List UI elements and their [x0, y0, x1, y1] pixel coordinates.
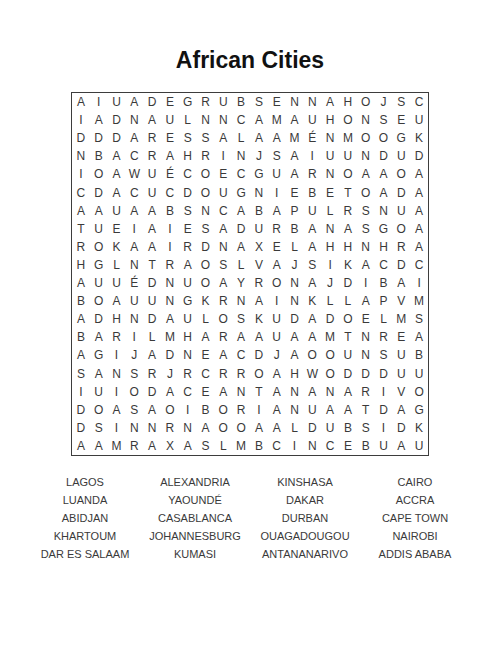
grid-cell-r20c4: R [125, 437, 143, 455]
grid-cell-r17c14: A [303, 383, 321, 401]
grid-cell-r9c6: I [161, 238, 179, 256]
grid-cell-r4c20: D [410, 147, 428, 165]
grid-cell-r11c9: A [214, 274, 232, 292]
grid-cell-r4c6: A [161, 147, 179, 165]
grid-cell-r13c19: M [392, 310, 410, 328]
grid-cell-r3c13: M [286, 129, 304, 147]
grid-cell-r1c20: C [410, 93, 428, 111]
grid-cell-r20c2: A [90, 437, 108, 455]
word-item: KINSHASA [250, 473, 360, 491]
grid-cell-r17c16: A [339, 383, 357, 401]
grid-cell-r2c14: U [303, 111, 321, 129]
grid-cell-r7c11: B [250, 202, 268, 220]
grid-cell-r1c8: R [197, 93, 215, 111]
grid-cell-r11c1: A [72, 274, 90, 292]
grid-cell-r6c16: T [339, 184, 357, 202]
grid-cell-r13c11: K [250, 310, 268, 328]
grid-cell-r3c19: G [392, 129, 410, 147]
grid-cell-r7c13: P [286, 202, 304, 220]
grid-cell-r14c14: A [303, 328, 321, 346]
word-item: OUAGADOUGOU [250, 527, 360, 545]
grid-cell-r5c1: I [72, 165, 90, 183]
grid-cell-r15c6: D [161, 346, 179, 364]
grid-cell-r9c17: N [357, 238, 375, 256]
grid-cell-r15c18: S [375, 346, 393, 364]
grid-cell-r6c3: A [108, 184, 126, 202]
grid-cell-r13c14: A [303, 310, 321, 328]
grid-cell-r5c2: O [90, 165, 108, 183]
grid-cell-r7c2: A [90, 202, 108, 220]
grid-cell-r16c14: W [303, 365, 321, 383]
grid-cell-r2c12: M [268, 111, 286, 129]
grid-cell-r6c15: E [321, 184, 339, 202]
word-item: DAR ES SALAAM [30, 545, 140, 563]
grid-cell-r10c2: G [90, 256, 108, 274]
grid-cell-r13c6: A [161, 310, 179, 328]
grid-cell-r9c12: E [268, 238, 286, 256]
grid-cell-r7c9: C [214, 202, 232, 220]
grid-cell-r4c7: H [179, 147, 197, 165]
grid-cell-r13c2: D [90, 310, 108, 328]
grid-cell-r13c18: L [375, 310, 393, 328]
grid-cell-r17c10: N [232, 383, 250, 401]
grid-cell-r9c7: R [179, 238, 197, 256]
grid-cell-r2c16: O [339, 111, 357, 129]
grid-cell-r20c11: B [250, 437, 268, 455]
grid-cell-r5c20: A [410, 165, 428, 183]
grid-cell-r10c14: S [303, 256, 321, 274]
grid-cell-r17c6: A [161, 383, 179, 401]
grid-cell-r14c9: R [214, 328, 232, 346]
grid-cell-r4c15: U [321, 147, 339, 165]
grid-cell-r3c11: A [250, 129, 268, 147]
worksheet-page: African Cities AIUADEGRUBSENNAHOJSCIADNA… [0, 0, 500, 647]
grid-cell-r17c20: O [410, 383, 428, 401]
grid-cell-r8c20: A [410, 220, 428, 238]
word-item: DURBAN [250, 509, 360, 527]
grid-cell-r4c10: N [232, 147, 250, 165]
grid-cell-r20c19: A [392, 437, 410, 455]
grid-cell-r15c10: C [232, 346, 250, 364]
grid-cell-r5c19: O [392, 165, 410, 183]
grid-cell-r15c17: N [357, 346, 375, 364]
grid-cell-r1c5: D [143, 93, 161, 111]
grid-cell-r14c6: M [161, 328, 179, 346]
grid-cell-r8c14: A [303, 220, 321, 238]
grid-cell-r16c6: J [161, 365, 179, 383]
grid-cell-r16c15: O [321, 365, 339, 383]
grid-cell-r11c19: A [392, 274, 410, 292]
grid-cell-r19c5: N [143, 419, 161, 437]
grid-cell-r16c8: C [197, 365, 215, 383]
grid-cell-r9c20: A [410, 238, 428, 256]
grid-cell-r10c19: D [392, 256, 410, 274]
grid-cell-r13c17: E [357, 310, 375, 328]
grid-cell-r7c7: S [179, 202, 197, 220]
grid-cell-r4c5: R [143, 147, 161, 165]
grid-cell-r19c10: O [232, 419, 250, 437]
grid-cell-r11c7: U [179, 274, 197, 292]
grid-cell-r7c20: A [410, 202, 428, 220]
grid-cell-r9c9: N [214, 238, 232, 256]
grid-cell-r2c17: N [357, 111, 375, 129]
grid-cell-r17c8: E [197, 383, 215, 401]
grid-cell-r12c18: P [375, 292, 393, 310]
grid-cell-r12c17: A [357, 292, 375, 310]
grid-cell-r1c13: N [286, 93, 304, 111]
grid-cell-r5c9: E [214, 165, 232, 183]
word-search-grid: AIUADEGRUBSENNAHOJSCIADNAULNNCAMAUHONSEU… [71, 92, 429, 456]
grid-cell-r7c5: A [143, 202, 161, 220]
grid-cell-r15c3: I [108, 346, 126, 364]
grid-cell-r17c17: R [357, 383, 375, 401]
grid-cell-r10c7: A [179, 256, 197, 274]
grid-cell-r2c9: N [214, 111, 232, 129]
grid-cell-r16c16: D [339, 365, 357, 383]
grid-cell-r5c4: W [125, 165, 143, 183]
grid-cell-r19c20: K [410, 419, 428, 437]
grid-cell-r16c20: U [410, 365, 428, 383]
grid-cell-r17c11: T [250, 383, 268, 401]
grid-cell-r12c10: N [232, 292, 250, 310]
grid-cell-r17c13: N [286, 383, 304, 401]
grid-cell-r2c8: N [197, 111, 215, 129]
grid-cell-r5c13: A [286, 165, 304, 183]
word-item: CAPE TOWN [360, 509, 470, 527]
grid-cell-r8c13: B [286, 220, 304, 238]
grid-cell-r14c12: U [268, 328, 286, 346]
grid-cell-r15c14: O [303, 346, 321, 364]
grid-cell-r15c20: B [410, 346, 428, 364]
grid-cell-r4c18: D [375, 147, 393, 165]
grid-cell-r6c10: G [232, 184, 250, 202]
grid-cell-r5c18: A [375, 165, 393, 183]
grid-cell-r1c1: A [72, 93, 90, 111]
grid-cell-r13c1: A [72, 310, 90, 328]
grid-cell-r14c2: A [90, 328, 108, 346]
grid-cell-r17c15: N [321, 383, 339, 401]
grid-cell-r20c10: M [232, 437, 250, 455]
grid-cell-r12c5: U [143, 292, 161, 310]
grid-cell-r3c6: E [161, 129, 179, 147]
grid-cell-r12c6: N [161, 292, 179, 310]
grid-cell-r14c7: H [179, 328, 197, 346]
grid-cell-r15c16: U [339, 346, 357, 364]
grid-cell-r14c10: A [232, 328, 250, 346]
grid-cell-r14c8: A [197, 328, 215, 346]
grid-cell-r1c4: A [125, 93, 143, 111]
grid-cell-r7c4: A [125, 202, 143, 220]
grid-cell-r16c3: N [108, 365, 126, 383]
grid-cell-r2c6: U [161, 111, 179, 129]
grid-cell-r10c3: L [108, 256, 126, 274]
grid-cell-r13c13: D [286, 310, 304, 328]
grid-cell-r20c9: L [214, 437, 232, 455]
grid-cell-r13c16: O [339, 310, 357, 328]
grid-cell-r5c10: C [232, 165, 250, 183]
grid-cell-r3c9: A [214, 129, 232, 147]
grid-cell-r11c2: U [90, 274, 108, 292]
grid-cell-r2c19: E [392, 111, 410, 129]
grid-cell-r14c18: R [375, 328, 393, 346]
grid-cell-r19c7: N [179, 419, 197, 437]
grid-cell-r9c13: L [286, 238, 304, 256]
grid-cell-r15c9: A [214, 346, 232, 364]
word-item: NAIROBI [360, 527, 470, 545]
word-item: ADDIS ABABA [360, 545, 470, 563]
grid-cell-r10c17: A [357, 256, 375, 274]
grid-cell-r13c12: U [268, 310, 286, 328]
grid-cell-r8c4: I [125, 220, 143, 238]
grid-cell-r14c5: L [143, 328, 161, 346]
grid-cell-r1c18: J [375, 93, 393, 111]
grid-cell-r8c10: D [232, 220, 250, 238]
grid-cell-r17c5: D [143, 383, 161, 401]
grid-cell-r14c13: A [286, 328, 304, 346]
grid-cell-r7c16: R [339, 202, 357, 220]
grid-cell-r18c13: N [286, 401, 304, 419]
grid-cell-r20c17: B [357, 437, 375, 455]
grid-cell-r17c7: C [179, 383, 197, 401]
grid-cell-r8c2: U [90, 220, 108, 238]
grid-cell-r9c11: X [250, 238, 268, 256]
grid-cell-r15c7: N [179, 346, 197, 364]
grid-cell-r8c8: S [197, 220, 215, 238]
grid-cell-r10c4: N [125, 256, 143, 274]
grid-cell-r9c15: H [321, 238, 339, 256]
grid-cell-r2c5: A [143, 111, 161, 129]
grid-cell-r10c20: C [410, 256, 428, 274]
word-list-column-2: ALEXANDRIAYAOUNDÉCASABLANCAJOHANNESBURGK… [140, 473, 250, 563]
grid-cell-r11c3: U [108, 274, 126, 292]
grid-cell-r18c5: A [143, 401, 161, 419]
grid-cell-r2c10: C [232, 111, 250, 129]
grid-cell-r18c12: A [268, 401, 286, 419]
grid-cell-r19c8: A [197, 419, 215, 437]
grid-cell-r4c8: R [197, 147, 215, 165]
grid-cell-r19c2: S [90, 419, 108, 437]
grid-cell-r1c6: E [161, 93, 179, 111]
grid-cell-r19c18: I [375, 419, 393, 437]
grid-cell-r11c13: N [286, 274, 304, 292]
grid-cell-r6c7: D [179, 184, 197, 202]
grid-cell-r20c8: S [197, 437, 215, 455]
grid-cell-r4c1: N [72, 147, 90, 165]
word-list-column-3: KINSHASADAKARDURBANOUAGADOUGOUANTANANARI… [250, 473, 360, 563]
grid-cell-r16c13: H [286, 365, 304, 383]
grid-cell-r17c19: V [392, 383, 410, 401]
grid-cell-r6c13: E [286, 184, 304, 202]
grid-cell-r8c15: N [321, 220, 339, 238]
grid-cell-r3c1: D [72, 129, 90, 147]
grid-cell-r8c16: A [339, 220, 357, 238]
grid-cell-r16c17: D [357, 365, 375, 383]
grid-cell-r11c6: N [161, 274, 179, 292]
grid-cell-r15c15: O [321, 346, 339, 364]
grid-cell-r14c4: I [125, 328, 143, 346]
grid-cell-r19c11: A [250, 419, 268, 437]
word-list: LAGOSLUANDAABIDJANKHARTOUMDAR ES SALAAMA… [30, 473, 470, 563]
grid-cell-r7c10: A [232, 202, 250, 220]
grid-cell-r8c6: I [161, 220, 179, 238]
grid-cell-r2c20: U [410, 111, 428, 129]
grid-cell-r18c8: B [197, 401, 215, 419]
grid-cell-r20c1: A [72, 437, 90, 455]
grid-cell-r7c18: N [375, 202, 393, 220]
grid-cell-r18c19: A [392, 401, 410, 419]
grid-cell-r11c11: R [250, 274, 268, 292]
grid-cell-r9c1: R [72, 238, 90, 256]
grid-cell-r11c17: I [357, 274, 375, 292]
grid-cell-r16c7: R [179, 365, 197, 383]
grid-cell-r5c12: U [268, 165, 286, 183]
grid-cell-r18c20: G [410, 401, 428, 419]
grid-cell-r3c2: D [90, 129, 108, 147]
grid-cell-r19c17: S [357, 419, 375, 437]
grid-cell-r9c10: A [232, 238, 250, 256]
grid-cell-r6c17: O [357, 184, 375, 202]
grid-cell-r3c3: D [108, 129, 126, 147]
grid-cell-r17c4: O [125, 383, 143, 401]
grid-cell-r16c12: A [268, 365, 286, 383]
grid-cell-r19c6: R [161, 419, 179, 437]
grid-cell-r3c7: S [179, 129, 197, 147]
grid-cell-r11c4: É [125, 274, 143, 292]
word-item: ALEXANDRIA [140, 473, 250, 491]
grid-cell-r4c17: N [357, 147, 375, 165]
grid-cell-r17c18: I [375, 383, 393, 401]
grid-cell-r19c19: D [392, 419, 410, 437]
grid-cell-r11c5: D [143, 274, 161, 292]
grid-cell-r5c8: O [197, 165, 215, 183]
grid-cell-r4c13: A [286, 147, 304, 165]
grid-cell-r7c12: A [268, 202, 286, 220]
grid-cell-r17c9: A [214, 383, 232, 401]
grid-cell-r6c6: C [161, 184, 179, 202]
grid-cell-r5c3: A [108, 165, 126, 183]
grid-cell-r7c15: L [321, 202, 339, 220]
grid-cell-r10c15: I [321, 256, 339, 274]
grid-cell-r6c2: D [90, 184, 108, 202]
grid-cell-r14c11: A [250, 328, 268, 346]
grid-cell-r11c12: O [268, 274, 286, 292]
grid-cell-r1c16: H [339, 93, 357, 111]
word-item: DAKAR [250, 491, 360, 509]
word-item: JOHANNESBURG [140, 527, 250, 545]
grid-cell-r13c3: H [108, 310, 126, 328]
grid-cell-r15c1: A [72, 346, 90, 364]
grid-cell-r9c19: R [392, 238, 410, 256]
grid-cell-r18c16: A [339, 401, 357, 419]
grid-cell-r3c15: N [321, 129, 339, 147]
grid-cell-r14c16: T [339, 328, 357, 346]
word-item: CAIRO [360, 473, 470, 491]
grid-cell-r15c4: J [125, 346, 143, 364]
grid-cell-r6c19: D [392, 184, 410, 202]
grid-cell-r13c7: U [179, 310, 197, 328]
grid-cell-r20c14: N [303, 437, 321, 455]
grid-cell-r12c14: K [303, 292, 321, 310]
grid-cell-r3c12: A [268, 129, 286, 147]
grid-cell-r4c3: A [108, 147, 126, 165]
grid-cell-r16c5: R [143, 365, 161, 383]
grid-cell-r10c12: A [268, 256, 286, 274]
grid-cell-r9c5: A [143, 238, 161, 256]
grid-cell-r2c4: N [125, 111, 143, 129]
grid-cell-r19c12: A [268, 419, 286, 437]
grid-cell-r14c19: E [392, 328, 410, 346]
grid-cell-r6c8: O [197, 184, 215, 202]
word-item: LUANDA [30, 491, 140, 509]
grid-cell-r17c2: U [90, 383, 108, 401]
grid-cell-r8c19: O [392, 220, 410, 238]
grid-cell-r11c15: J [321, 274, 339, 292]
grid-cell-r7c8: N [197, 202, 215, 220]
grid-cell-r13c15: D [321, 310, 339, 328]
grid-cell-r20c7: A [179, 437, 197, 455]
grid-cell-r1c2: I [90, 93, 108, 111]
word-item: ANTANANARIVO [250, 545, 360, 563]
grid-cell-r11c18: B [375, 274, 393, 292]
grid-cell-r4c19: U [392, 147, 410, 165]
grid-cell-r18c14: U [303, 401, 321, 419]
grid-cell-r5c16: O [339, 165, 357, 183]
grid-cell-r5c17: A [357, 165, 375, 183]
grid-cell-r13c10: S [232, 310, 250, 328]
grid-cell-r6c4: C [125, 184, 143, 202]
grid-cell-r8c5: A [143, 220, 161, 238]
grid-cell-r17c12: A [268, 383, 286, 401]
grid-cell-r12c15: L [321, 292, 339, 310]
grid-cell-r16c18: D [375, 365, 393, 383]
grid-cell-r20c12: C [268, 437, 286, 455]
grid-cell-r10c1: H [72, 256, 90, 274]
grid-cell-r9c14: A [303, 238, 321, 256]
grid-cell-r8c11: U [250, 220, 268, 238]
grid-cell-r1c10: B [232, 93, 250, 111]
grid-cell-r2c18: S [375, 111, 393, 129]
grid-cell-r20c6: X [161, 437, 179, 455]
grid-cell-r16c11: O [250, 365, 268, 383]
word-list-column-1: LAGOSLUANDAABIDJANKHARTOUMDAR ES SALAAM [30, 473, 140, 563]
grid-cell-r4c4: C [125, 147, 143, 165]
grid-cell-r14c20: A [410, 328, 428, 346]
grid-cell-r2c15: H [321, 111, 339, 129]
grid-cell-r15c5: A [143, 346, 161, 364]
grid-cell-r12c16: L [339, 292, 357, 310]
grid-cell-r19c4: N [125, 419, 143, 437]
grid-cell-r20c15: C [321, 437, 339, 455]
grid-cell-r18c7: I [179, 401, 197, 419]
grid-cell-r12c7: G [179, 292, 197, 310]
grid-cell-r12c20: M [410, 292, 428, 310]
word-item: ABIDJAN [30, 509, 140, 527]
puzzle-title: African Cities [0, 0, 500, 74]
grid-cell-r18c11: I [250, 401, 268, 419]
grid-cell-r12c4: U [125, 292, 143, 310]
grid-cell-r10c18: C [375, 256, 393, 274]
grid-cell-r10c16: K [339, 256, 357, 274]
grid-cell-r1c17: O [357, 93, 375, 111]
grid-cell-r9c8: D [197, 238, 215, 256]
grid-cell-r1c15: A [321, 93, 339, 111]
grid-cell-r9c4: A [125, 238, 143, 256]
grid-cell-r12c1: B [72, 292, 90, 310]
grid-cell-r18c1: D [72, 401, 90, 419]
grid-cell-r2c7: L [179, 111, 197, 129]
grid-cell-r12c2: O [90, 292, 108, 310]
grid-cell-r11c20: I [410, 274, 428, 292]
